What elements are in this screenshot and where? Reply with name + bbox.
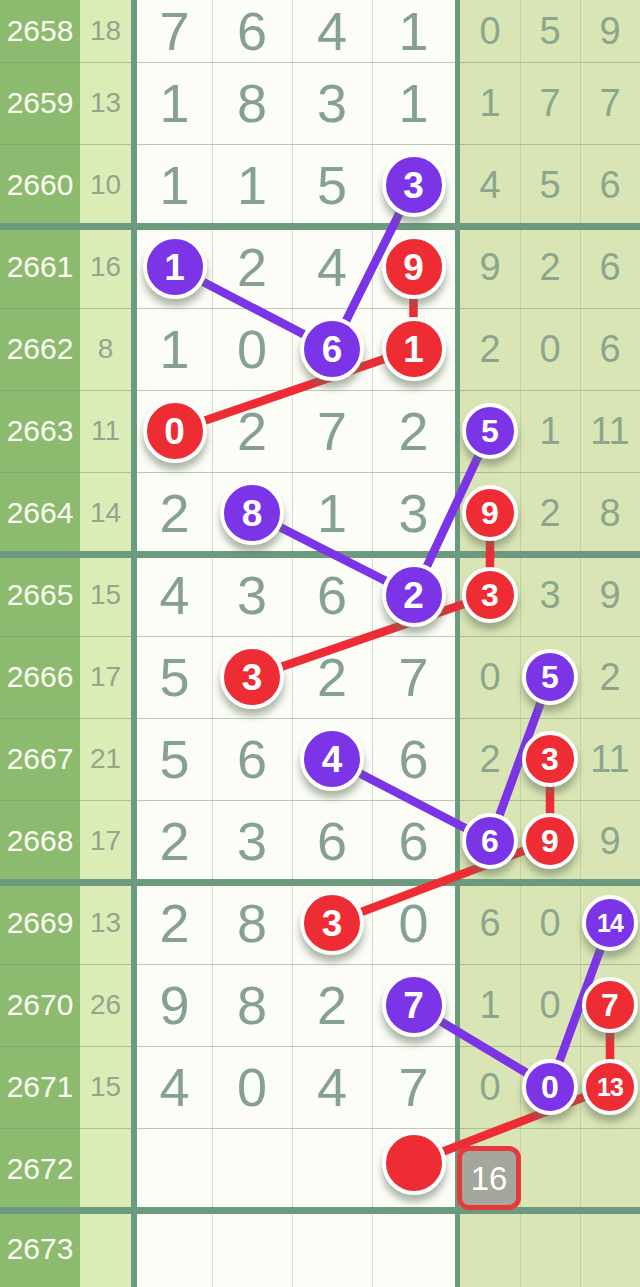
- circle-marker-red-2671: 13: [582, 1059, 638, 1115]
- circle-marker-purple-2667: 4: [300, 727, 364, 791]
- circle-marker-purple-2664: 8: [220, 481, 284, 545]
- circle-marker-purple-2666: 5: [522, 649, 578, 705]
- circle-marker-red-2661: 9: [382, 235, 446, 299]
- trend-line-red: [332, 841, 550, 923]
- circle-marker-purple-2668: 6: [462, 813, 518, 869]
- circle-marker-purple-2663: 5: [462, 403, 518, 459]
- circle-marker-red-2665: 3: [462, 567, 518, 623]
- circle-marker-purple-2665: 2: [382, 563, 446, 627]
- circle-marker-red-2669: 3: [300, 891, 364, 955]
- circle-marker-purple-2660: 3: [382, 153, 446, 217]
- next-draw-badge: 16: [457, 1146, 521, 1210]
- circle-marker-purple-2662: 6: [300, 317, 364, 381]
- circle-marker-red-2670: 7: [582, 977, 638, 1033]
- trend-line-red: [252, 595, 490, 677]
- lottery-trend-chart-board: 2658187641059265913183117726601011534562…: [0, 0, 640, 1287]
- circle-marker-red-2662: 1: [382, 317, 446, 381]
- circle-marker-red-2668: 9: [522, 813, 578, 869]
- circle-marker-purple-2669: 14: [582, 895, 638, 951]
- circle-marker-purple-2670: 7: [382, 973, 446, 1037]
- circle-marker-purple-2671: 0: [522, 1059, 578, 1115]
- trend-line-red: [175, 349, 414, 431]
- red-dot-marker: [382, 1131, 446, 1195]
- circle-marker-red-2664: 9: [462, 485, 518, 541]
- circle-marker-red-2663: 0: [143, 399, 207, 463]
- circle-marker-red-2666: 3: [220, 645, 284, 709]
- circle-marker-red-2667: 3: [522, 731, 578, 787]
- circle-marker-purple-2661: 1: [143, 235, 207, 299]
